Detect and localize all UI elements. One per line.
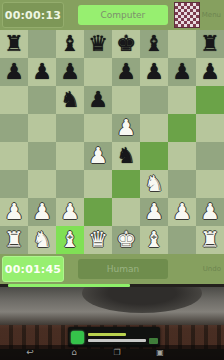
square-a6[interactable]: [0, 86, 28, 114]
square-c3[interactable]: [56, 170, 84, 198]
background-photo: ↩ ⌂ ❐ ▣: [0, 287, 224, 360]
square-d5[interactable]: [84, 114, 112, 142]
square-h8[interactable]: ♜: [196, 30, 224, 58]
black-bishop: ♝: [144, 30, 164, 58]
back-icon[interactable]: ↩: [23, 345, 37, 360]
square-e8[interactable]: ♚: [112, 30, 140, 58]
white-knight: ♞: [32, 226, 52, 254]
black-king: ♚: [116, 30, 136, 58]
white-rook: ♜: [200, 226, 220, 254]
white-pawn: ♟: [4, 198, 24, 226]
black-knight: ♞: [60, 86, 80, 114]
square-f6[interactable]: [140, 86, 168, 114]
square-e3[interactable]: [112, 170, 140, 198]
square-e6[interactable]: [112, 86, 140, 114]
ad-badge: [149, 338, 158, 344]
square-a3[interactable]: [0, 170, 28, 198]
square-h5[interactable]: [196, 114, 224, 142]
chess-board[interactable]: ♜♝♛♚♝♜♟♟♟♟♟♟♟♞♟♟♟♞♞♟♟♟♟♟♟♜♞♝♛♚♝♜: [0, 30, 224, 254]
human-player-bar: 00:01:45 Human Undo: [0, 254, 224, 284]
square-c5[interactable]: [56, 114, 84, 142]
square-b4[interactable]: [28, 142, 56, 170]
square-g4[interactable]: [168, 142, 196, 170]
human-name-label: Human: [78, 259, 168, 279]
square-c6[interactable]: ♞: [56, 86, 84, 114]
square-b1[interactable]: ♞: [28, 226, 56, 254]
square-f4[interactable]: [140, 142, 168, 170]
square-b8[interactable]: [28, 30, 56, 58]
black-bishop: ♝: [60, 30, 80, 58]
white-pawn: ♟: [88, 142, 108, 170]
ad-headline-bar: [88, 333, 126, 336]
square-g1[interactable]: [168, 226, 196, 254]
square-b5[interactable]: [28, 114, 56, 142]
square-e4[interactable]: ♞: [112, 142, 140, 170]
black-queen: ♛: [88, 30, 108, 58]
square-b3[interactable]: [28, 170, 56, 198]
square-g6[interactable]: [168, 86, 196, 114]
black-pawn: ♟: [32, 58, 52, 86]
square-h7[interactable]: ♟: [196, 58, 224, 86]
square-a7[interactable]: ♟: [0, 58, 28, 86]
square-f1[interactable]: ♝: [140, 226, 168, 254]
computer-name-label: Computer: [78, 5, 168, 25]
app-screen: 00:00:13 Computer Menu ♜♝♛♚♝♜♟♟♟♟♟♟♟♞♟♟♟…: [0, 0, 224, 360]
square-a8[interactable]: ♜: [0, 30, 28, 58]
white-pawn: ♟: [172, 198, 192, 226]
square-d6[interactable]: ♟: [84, 86, 112, 114]
android-nav-bar: ↩ ⌂ ❐ ▣: [0, 345, 224, 360]
square-b2[interactable]: ♟: [28, 198, 56, 226]
square-h1[interactable]: ♜: [196, 226, 224, 254]
white-bishop: ♝: [144, 226, 164, 254]
square-c7[interactable]: ♟: [56, 58, 84, 86]
square-f3[interactable]: ♞: [140, 170, 168, 198]
ad-subtext-bar: [88, 339, 146, 342]
square-g2[interactable]: ♟: [168, 198, 196, 226]
black-pawn: ♟: [200, 58, 220, 86]
square-e5[interactable]: ♟: [112, 114, 140, 142]
black-rook: ♜: [4, 30, 24, 58]
black-pawn: ♟: [172, 58, 192, 86]
square-c1[interactable]: ♝: [56, 226, 84, 254]
black-rook: ♜: [200, 30, 220, 58]
white-pawn: ♟: [200, 198, 220, 226]
square-h6[interactable]: [196, 86, 224, 114]
ad-banner[interactable]: [68, 327, 160, 347]
menu-button[interactable]: Menu: [200, 9, 223, 21]
square-c4[interactable]: [56, 142, 84, 170]
square-a2[interactable]: ♟: [0, 198, 28, 226]
square-a5[interactable]: [0, 114, 28, 142]
square-h3[interactable]: [196, 170, 224, 198]
white-bishop: ♝: [60, 226, 80, 254]
square-f7[interactable]: ♟: [140, 58, 168, 86]
black-pawn: ♟: [144, 58, 164, 86]
square-d2[interactable]: [84, 198, 112, 226]
square-a1[interactable]: ♜: [0, 226, 28, 254]
square-d3[interactable]: [84, 170, 112, 198]
photo-dark-disc: [82, 287, 202, 313]
ad-app-icon: [71, 331, 84, 344]
white-king: ♚: [116, 226, 136, 254]
ad-text-lines: [88, 333, 146, 342]
square-c8[interactable]: ♝: [56, 30, 84, 58]
white-queen: ♛: [88, 226, 108, 254]
human-clock: 00:01:45: [2, 256, 64, 282]
black-pawn: ♟: [116, 58, 136, 86]
computer-clock: 00:00:13: [2, 2, 64, 28]
black-pawn: ♟: [88, 86, 108, 114]
square-d7[interactable]: [84, 58, 112, 86]
black-pawn: ♟: [4, 58, 24, 86]
screenshot-icon[interactable]: ▣: [153, 345, 167, 360]
white-pawn: ♟: [144, 198, 164, 226]
square-f2[interactable]: ♟: [140, 198, 168, 226]
square-e2[interactable]: [112, 198, 140, 226]
white-pawn: ♟: [32, 198, 52, 226]
home-icon[interactable]: ⌂: [67, 345, 81, 360]
white-pawn: ♟: [116, 114, 136, 142]
square-e7[interactable]: ♟: [112, 58, 140, 86]
mini-chessboard-icon[interactable]: [174, 2, 200, 28]
square-g7[interactable]: ♟: [168, 58, 196, 86]
square-b6[interactable]: [28, 86, 56, 114]
square-e1[interactable]: ♚: [112, 226, 140, 254]
square-d1[interactable]: ♛: [84, 226, 112, 254]
white-rook: ♜: [4, 226, 24, 254]
undo-button[interactable]: Undo: [201, 263, 223, 275]
square-g3[interactable]: [168, 170, 196, 198]
square-c2[interactable]: ♟: [56, 198, 84, 226]
square-g5[interactable]: [168, 114, 196, 142]
white-pawn: ♟: [60, 198, 80, 226]
white-knight: ♞: [144, 170, 164, 198]
square-d8[interactable]: ♛: [84, 30, 112, 58]
square-d4[interactable]: ♟: [84, 142, 112, 170]
computer-player-bar: 00:00:13 Computer Menu: [0, 0, 224, 30]
square-b7[interactable]: ♟: [28, 58, 56, 86]
square-a4[interactable]: [0, 142, 28, 170]
recents-icon[interactable]: ❐: [110, 345, 124, 360]
square-g8[interactable]: [168, 30, 196, 58]
square-h4[interactable]: [196, 142, 224, 170]
square-f5[interactable]: [140, 114, 168, 142]
square-h2[interactable]: ♟: [196, 198, 224, 226]
black-pawn: ♟: [60, 58, 80, 86]
square-f8[interactable]: ♝: [140, 30, 168, 58]
black-knight: ♞: [116, 142, 136, 170]
